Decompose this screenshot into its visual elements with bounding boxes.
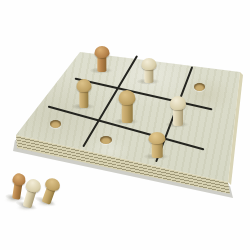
board-top-surface bbox=[0, 0, 250, 250]
peg-gold[interactable] bbox=[149, 132, 166, 158]
peg-head bbox=[77, 79, 92, 92]
peg-tan[interactable] bbox=[77, 79, 92, 108]
cell-r1c1[interactable] bbox=[119, 90, 136, 123]
cell-r1c2[interactable] bbox=[170, 96, 186, 126]
cell-r1c0[interactable] bbox=[77, 79, 92, 108]
peg-cream[interactable] bbox=[142, 58, 157, 83]
cell-r2c2[interactable] bbox=[149, 132, 166, 158]
empty-hole-r2c1[interactable] bbox=[100, 136, 112, 144]
empty-hole-r0c2[interactable] bbox=[194, 83, 205, 91]
peg-head bbox=[95, 46, 110, 58]
peg-cream[interactable] bbox=[170, 96, 186, 126]
peg-head bbox=[149, 132, 166, 144]
peg-head bbox=[119, 90, 136, 105]
peg-tan[interactable] bbox=[119, 90, 136, 123]
peg-head bbox=[142, 58, 157, 70]
cell-r0c0[interactable] bbox=[95, 46, 110, 72]
peg-amber[interactable] bbox=[95, 46, 110, 72]
scene bbox=[0, 0, 250, 250]
empty-hole-r2c0[interactable] bbox=[50, 120, 61, 128]
peg-head bbox=[170, 96, 186, 110]
cell-r0c1[interactable] bbox=[142, 58, 157, 83]
